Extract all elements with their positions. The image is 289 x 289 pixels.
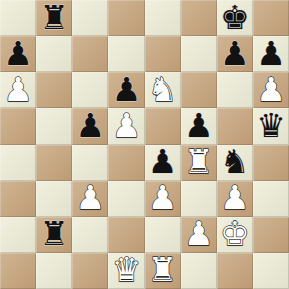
square-b1[interactable] [36,253,72,289]
square-g6[interactable] [217,72,253,108]
square-h8[interactable] [253,0,289,36]
square-c4[interactable] [72,145,108,181]
black-rook: ♜ [39,1,69,34]
white-pawn: ♟ [184,217,214,250]
black-knight: ♞ [220,145,250,178]
black-pawn: ♟ [3,37,33,70]
square-a8[interactable] [0,0,36,36]
square-a3[interactable] [0,181,36,217]
square-f7[interactable] [181,36,217,72]
square-h2[interactable] [253,217,289,253]
square-a2[interactable] [0,217,36,253]
white-pawn: ♟ [3,73,33,106]
square-g7[interactable]: ♟ [217,36,253,72]
square-d8[interactable] [108,0,144,36]
square-b5[interactable] [36,108,72,144]
square-d3[interactable] [108,181,144,217]
square-g4[interactable]: ♞ [217,145,253,181]
square-c2[interactable] [72,217,108,253]
square-h7[interactable]: ♟ [253,36,289,72]
square-g3[interactable]: ♟ [217,181,253,217]
square-e5[interactable] [145,108,181,144]
square-d2[interactable] [108,217,144,253]
square-h3[interactable] [253,181,289,217]
black-pawn: ♟ [220,37,250,70]
black-king: ♚ [220,1,250,34]
square-c7[interactable] [72,36,108,72]
black-pawn: ♟ [184,109,214,142]
square-f6[interactable] [181,72,217,108]
square-c8[interactable] [72,0,108,36]
square-d1[interactable]: ♛ [108,253,144,289]
white-king: ♚ [220,217,250,250]
square-b2[interactable]: ♜ [36,217,72,253]
white-pawn: ♟ [148,181,178,214]
square-h5[interactable]: ♛ [253,108,289,144]
square-e7[interactable] [145,36,181,72]
black-pawn: ♟ [148,145,178,178]
square-h4[interactable] [253,145,289,181]
square-e3[interactable]: ♟ [145,181,181,217]
black-pawn: ♟ [112,73,142,106]
square-e8[interactable] [145,0,181,36]
square-c5[interactable]: ♟ [72,108,108,144]
square-g1[interactable] [217,253,253,289]
square-f3[interactable] [181,181,217,217]
square-c6[interactable] [72,72,108,108]
square-a5[interactable] [0,108,36,144]
white-knight: ♞ [148,73,178,106]
black-queen: ♛ [256,109,286,142]
square-f8[interactable] [181,0,217,36]
square-b7[interactable] [36,36,72,72]
square-e4[interactable]: ♟ [145,145,181,181]
square-f1[interactable] [181,253,217,289]
square-b3[interactable] [36,181,72,217]
square-g2[interactable]: ♚ [217,217,253,253]
square-b4[interactable] [36,145,72,181]
black-pawn: ♟ [256,37,286,70]
square-c1[interactable] [72,253,108,289]
white-pawn: ♟ [256,73,286,106]
black-rook: ♜ [39,217,69,250]
square-h1[interactable] [253,253,289,289]
white-pawn: ♟ [76,181,106,214]
square-b6[interactable] [36,72,72,108]
square-b8[interactable]: ♜ [36,0,72,36]
square-a7[interactable]: ♟ [0,36,36,72]
white-pawn: ♟ [112,109,142,142]
square-e6[interactable]: ♞ [145,72,181,108]
square-d6[interactable]: ♟ [108,72,144,108]
square-f2[interactable]: ♟ [181,217,217,253]
white-rook: ♜ [184,145,214,178]
square-g8[interactable]: ♚ [217,0,253,36]
chess-board: ♜♚♟♟♟♟♟♞♟♟♟♟♛♟♜♞♟♟♟♜♟♚♛♜ [0,0,289,289]
square-d5[interactable]: ♟ [108,108,144,144]
square-a4[interactable] [0,145,36,181]
square-a6[interactable]: ♟ [0,72,36,108]
square-f5[interactable]: ♟ [181,108,217,144]
square-h6[interactable]: ♟ [253,72,289,108]
square-d4[interactable] [108,145,144,181]
square-e1[interactable]: ♜ [145,253,181,289]
black-pawn: ♟ [76,109,106,142]
white-pawn: ♟ [220,181,250,214]
white-rook: ♜ [148,253,178,286]
square-d7[interactable] [108,36,144,72]
square-c3[interactable]: ♟ [72,181,108,217]
square-e2[interactable] [145,217,181,253]
square-g5[interactable] [217,108,253,144]
white-queen: ♛ [112,253,142,286]
square-a1[interactable] [0,253,36,289]
square-f4[interactable]: ♜ [181,145,217,181]
